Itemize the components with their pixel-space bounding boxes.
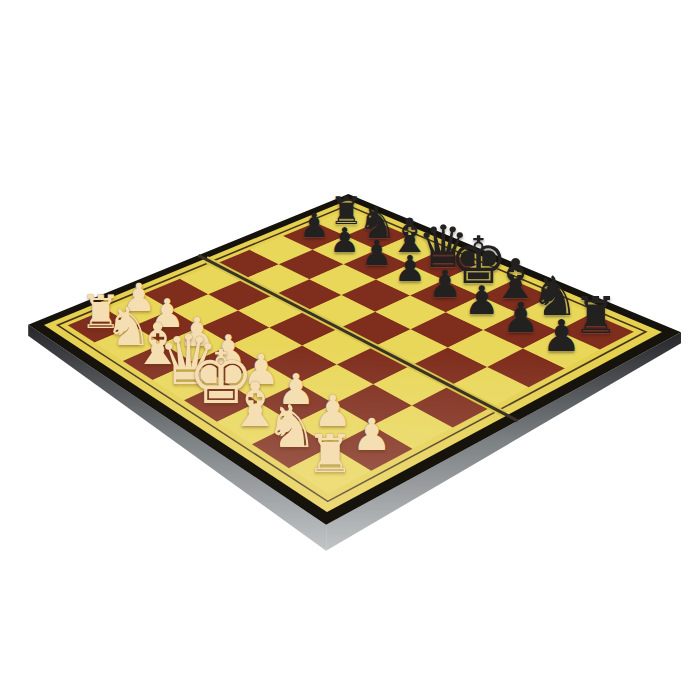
chess-pieces-layer: ♜♞♟♟♝♟♛♟♚♟♝♟♟♞♜♟♟♜♞♟♟♝♟♛♟♚♟♝♟♞♟♜ [0,0,700,700]
piece-black-king-e8: ♚ [449,228,507,293]
piece-black-bishop-c8: ♝ [388,212,431,259]
piece-white-pawn-b2: ♟ [149,295,184,335]
piece-black-bishop-f8: ♝ [491,252,540,307]
piece-black-pawn-d7: ♟ [394,251,426,287]
piece-black-rook-h8: ♜ [573,291,618,342]
piece-black-pawn-a7: ♟ [299,209,329,243]
piece-black-knight-b8: ♞ [358,201,397,245]
piece-black-queen-d8: ♛ [417,218,469,276]
piece-black-pawn-c7: ♟ [361,237,392,272]
piece-black-pawn-b7: ♟ [329,222,360,256]
piece-black-pawn-h7: ♟ [542,314,581,358]
piece-white-queen-d1: ♛ [158,326,220,395]
piece-white-pawn-g2: ♟ [313,390,352,433]
piece-black-pawn-g7: ♟ [502,297,539,339]
chess-set-product-photo: ♜♞♟♟♝♟♛♟♚♟♝♟♟♞♜♟♟♜♞♟♟♝♟♛♟♚♟♝♟♞♟♜ [0,0,700,700]
piece-black-knight-g8: ♞ [530,270,579,325]
piece-white-pawn-h2: ♟ [352,412,392,456]
piece-white-pawn-c2: ♟ [179,312,215,352]
piece-white-rook-a1: ♜ [80,289,121,335]
piece-white-pawn-f2: ♟ [277,369,315,412]
piece-white-pawn-d2: ♟ [210,330,247,371]
piece-white-pawn-e2: ♟ [243,349,280,391]
piece-white-knight-b1: ♞ [104,300,152,354]
piece-white-pawn-a2: ♟ [121,279,156,318]
piece-black-rook-a8: ♜ [329,192,363,230]
piece-white-rook-h1: ♜ [306,427,353,480]
piece-white-bishop-f1: ♝ [228,374,283,435]
piece-black-pawn-f7: ♟ [464,281,499,321]
piece-white-king-e1: ♚ [188,341,255,416]
piece-white-knight-g1: ♞ [265,398,318,457]
piece-white-bishop-c1: ♝ [132,315,184,373]
piece-black-pawn-e7: ♟ [428,266,462,304]
